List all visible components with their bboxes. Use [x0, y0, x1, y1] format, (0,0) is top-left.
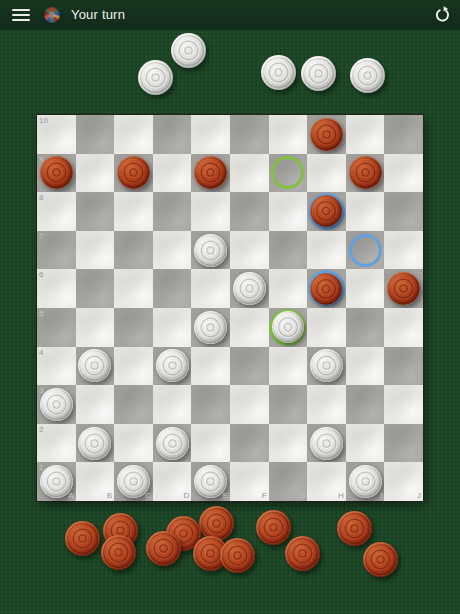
square-F2[interactable]: [230, 424, 269, 463]
green-move-circle-G9: [271, 156, 304, 189]
square-B4[interactable]: [76, 347, 115, 386]
square-I7[interactable]: [346, 231, 385, 270]
square-D4[interactable]: [153, 347, 192, 386]
square-F1[interactable]: F: [230, 462, 269, 501]
square-F6[interactable]: [230, 269, 269, 308]
square-D10[interactable]: [153, 115, 192, 154]
white-piece-D2[interactable]: [156, 427, 189, 460]
square-H10[interactable]: [307, 115, 346, 154]
square-I8[interactable]: [346, 192, 385, 231]
square-D8[interactable]: [153, 192, 192, 231]
white-piece-B2[interactable]: [78, 427, 111, 460]
square-F9[interactable]: [230, 154, 269, 193]
col-label-J: J: [417, 491, 421, 500]
square-E6[interactable]: [191, 269, 230, 308]
restart-icon[interactable]: [433, 5, 452, 24]
red-piece-C9[interactable]: [117, 156, 150, 189]
square-F5[interactable]: [230, 308, 269, 347]
square-J6[interactable]: [384, 269, 423, 308]
captured-white-piece-2: [261, 55, 296, 90]
white-piece-E7[interactable]: [194, 234, 227, 267]
square-C5[interactable]: [114, 308, 153, 347]
captured-red-piece-11: [220, 538, 255, 573]
white-piece-A1[interactable]: [40, 465, 73, 498]
square-D2[interactable]: [153, 424, 192, 463]
row-label-5: 5: [39, 309, 43, 318]
square-C2[interactable]: [114, 424, 153, 463]
captured-white-piece-3: [301, 56, 336, 91]
square-F4[interactable]: [230, 347, 269, 386]
square-H1[interactable]: H: [307, 462, 346, 501]
square-E7[interactable]: [191, 231, 230, 270]
square-J9[interactable]: [384, 154, 423, 193]
square-B5[interactable]: [76, 308, 115, 347]
captured-red-piece-1: [199, 506, 234, 541]
white-piece-I1[interactable]: [349, 465, 382, 498]
green-highlight-ring-G5: [269, 309, 306, 346]
square-J10[interactable]: [384, 115, 423, 154]
square-H8[interactable]: [307, 192, 346, 231]
row-label-4: 4: [39, 348, 43, 357]
square-J3[interactable]: [384, 385, 423, 424]
square-J2[interactable]: [384, 424, 423, 463]
square-G1[interactable]: G: [269, 462, 308, 501]
red-piece-A9[interactable]: [40, 156, 73, 189]
white-piece-D4[interactable]: [156, 349, 189, 382]
square-J5[interactable]: [384, 308, 423, 347]
square-J8[interactable]: [384, 192, 423, 231]
square-B3[interactable]: [76, 385, 115, 424]
captured-white-piece-1: [171, 33, 206, 68]
square-D1[interactable]: D: [153, 462, 192, 501]
square-B9[interactable]: [76, 154, 115, 193]
square-A9[interactable]: 9: [37, 154, 76, 193]
square-H5[interactable]: [307, 308, 346, 347]
square-C9[interactable]: [114, 154, 153, 193]
white-piece-H2[interactable]: [310, 427, 343, 460]
square-F8[interactable]: [230, 192, 269, 231]
square-I1[interactable]: I: [346, 462, 385, 501]
white-piece-A3[interactable]: [40, 388, 73, 421]
captured-white-piece-5: [138, 60, 173, 95]
square-A6[interactable]: 6: [37, 269, 76, 308]
square-B2[interactable]: [76, 424, 115, 463]
square-E8[interactable]: [191, 192, 230, 231]
square-E10[interactable]: [191, 115, 230, 154]
square-D5[interactable]: [153, 308, 192, 347]
square-B7[interactable]: [76, 231, 115, 270]
square-G2[interactable]: [269, 424, 308, 463]
square-B8[interactable]: [76, 192, 115, 231]
row-label-6: 6: [39, 270, 43, 279]
square-F10[interactable]: [230, 115, 269, 154]
square-F3[interactable]: [230, 385, 269, 424]
square-J7[interactable]: [384, 231, 423, 270]
square-A10[interactable]: 10: [37, 115, 76, 154]
square-C6[interactable]: [114, 269, 153, 308]
captured-red-piece-10: [285, 536, 320, 571]
blue-move-circle-I7: [349, 234, 382, 267]
col-label-F: F: [262, 491, 267, 500]
white-piece-F6[interactable]: [233, 272, 266, 305]
square-D3[interactable]: [153, 385, 192, 424]
square-I2[interactable]: [346, 424, 385, 463]
square-D6[interactable]: [153, 269, 192, 308]
square-E4[interactable]: [191, 347, 230, 386]
square-I3[interactable]: [346, 385, 385, 424]
square-G4[interactable]: [269, 347, 308, 386]
square-E1[interactable]: E: [191, 462, 230, 501]
square-E2[interactable]: [191, 424, 230, 463]
square-D7[interactable]: [153, 231, 192, 270]
col-label-G: G: [299, 491, 305, 500]
square-G7[interactable]: [269, 231, 308, 270]
square-F7[interactable]: [230, 231, 269, 270]
square-C7[interactable]: [114, 231, 153, 270]
white-piece-C1[interactable]: [117, 465, 150, 498]
square-B6[interactable]: [76, 269, 115, 308]
row-label-2: 2: [39, 425, 43, 434]
white-piece-B4[interactable]: [78, 349, 111, 382]
captured-red-piece-7: [146, 531, 181, 566]
square-A7[interactable]: 7: [37, 231, 76, 270]
square-E5[interactable]: [191, 308, 230, 347]
square-H2[interactable]: [307, 424, 346, 463]
white-piece-E1[interactable]: [194, 465, 227, 498]
square-A4[interactable]: 4: [37, 347, 76, 386]
col-label-A: A: [68, 491, 73, 500]
captured-red-piece-3: [337, 511, 372, 546]
board: 10987654321ABCDEFGHIJ: [37, 115, 423, 501]
blue-highlight-ring-H6: [308, 270, 345, 307]
square-D9[interactable]: [153, 154, 192, 193]
square-I9[interactable]: [346, 154, 385, 193]
red-piece-I9[interactable]: [349, 156, 382, 189]
square-B10[interactable]: [76, 115, 115, 154]
square-A2[interactable]: 2: [37, 424, 76, 463]
square-G6[interactable]: [269, 269, 308, 308]
square-H9[interactable]: [307, 154, 346, 193]
square-I5[interactable]: [346, 308, 385, 347]
col-label-E: E: [223, 491, 228, 500]
red-piece-H10[interactable]: [310, 118, 343, 151]
col-label-H: H: [338, 491, 344, 500]
square-C3[interactable]: [114, 385, 153, 424]
checkers-app-icon: [44, 7, 60, 23]
menu-icon[interactable]: [12, 9, 30, 21]
col-label-I: I: [380, 491, 382, 500]
square-I4[interactable]: [346, 347, 385, 386]
square-H3[interactable]: [307, 385, 346, 424]
row-label-7: 7: [39, 232, 43, 241]
square-I10[interactable]: [346, 115, 385, 154]
square-E3[interactable]: [191, 385, 230, 424]
top-bar: Your turn: [0, 0, 460, 29]
square-H4[interactable]: [307, 347, 346, 386]
square-G9[interactable]: [269, 154, 308, 193]
white-piece-G5[interactable]: [272, 311, 304, 343]
row-label-10: 10: [39, 116, 48, 125]
square-I6[interactable]: [346, 269, 385, 308]
square-A3[interactable]: 3: [37, 385, 76, 424]
captured-red-piece-12: [363, 542, 398, 577]
square-J1[interactable]: J: [384, 462, 423, 501]
square-A5[interactable]: 5: [37, 308, 76, 347]
captured-red-piece-2: [256, 510, 291, 545]
square-G8[interactable]: [269, 192, 308, 231]
square-H7[interactable]: [307, 231, 346, 270]
red-piece-H8[interactable]: [310, 195, 342, 227]
red-piece-H6[interactable]: [310, 273, 342, 305]
square-E9[interactable]: [191, 154, 230, 193]
captured-red-piece-8: [101, 535, 136, 570]
red-piece-J6[interactable]: [387, 272, 420, 305]
captured-white-piece-4: [350, 58, 385, 93]
status-text: Your turn: [71, 7, 125, 22]
square-C10[interactable]: [114, 115, 153, 154]
square-G5[interactable]: [269, 308, 308, 347]
col-label-B: B: [107, 491, 112, 500]
square-C1[interactable]: C: [114, 462, 153, 501]
white-piece-H4[interactable]: [310, 349, 343, 382]
square-C4[interactable]: [114, 347, 153, 386]
square-A8[interactable]: 8: [37, 192, 76, 231]
col-label-D: D: [184, 491, 190, 500]
square-A1[interactable]: 1A: [37, 462, 76, 501]
red-piece-E9[interactable]: [194, 156, 227, 189]
square-C8[interactable]: [114, 192, 153, 231]
square-J4[interactable]: [384, 347, 423, 386]
square-G3[interactable]: [269, 385, 308, 424]
row-label-8: 8: [39, 193, 43, 202]
square-G10[interactable]: [269, 115, 308, 154]
blue-highlight-ring-H8: [308, 193, 345, 230]
square-H6[interactable]: [307, 269, 346, 308]
white-piece-E5[interactable]: [194, 311, 227, 344]
square-B1[interactable]: B: [76, 462, 115, 501]
captured-red-piece-6: [65, 521, 100, 556]
